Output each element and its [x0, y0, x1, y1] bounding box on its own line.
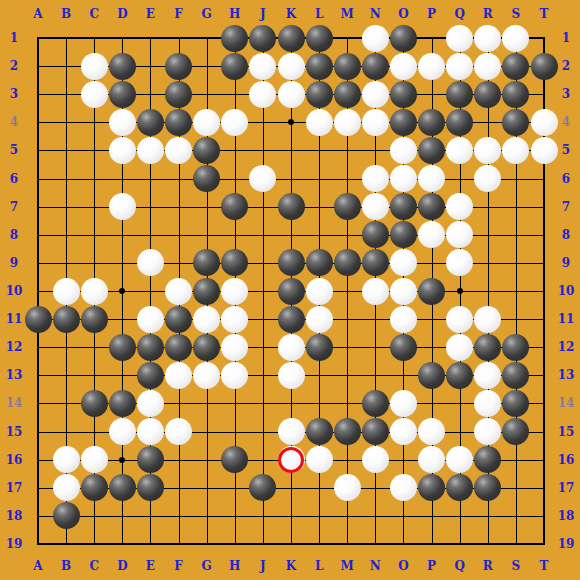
intersection-O2[interactable] [389, 52, 417, 80]
intersection-Q13[interactable] [446, 361, 474, 389]
intersection-P6[interactable] [418, 165, 446, 193]
intersection-L5[interactable] [305, 136, 333, 164]
intersection-M4[interactable] [333, 108, 361, 136]
intersection-L4[interactable] [305, 108, 333, 136]
intersection-H1[interactable] [221, 24, 249, 52]
intersection-H4[interactable] [221, 108, 249, 136]
intersection-K9[interactable] [277, 249, 305, 277]
intersection-B16[interactable] [52, 446, 80, 474]
intersection-D19[interactable] [108, 530, 136, 558]
intersection-S14[interactable] [502, 389, 530, 417]
intersection-O1[interactable] [389, 24, 417, 52]
intersection-T1[interactable] [530, 24, 558, 52]
intersection-F15[interactable] [165, 418, 193, 446]
intersection-O6[interactable] [389, 165, 417, 193]
intersection-J4[interactable] [249, 108, 277, 136]
intersection-F7[interactable] [165, 193, 193, 221]
intersection-C5[interactable] [80, 136, 108, 164]
intersection-K13[interactable] [277, 361, 305, 389]
intersection-D8[interactable] [108, 221, 136, 249]
intersection-B17[interactable] [52, 474, 80, 502]
intersection-T10[interactable] [530, 277, 558, 305]
intersection-C9[interactable] [80, 249, 108, 277]
intersection-T18[interactable] [530, 502, 558, 530]
intersection-R11[interactable] [474, 305, 502, 333]
intersection-B9[interactable] [52, 249, 80, 277]
intersection-E4[interactable] [136, 108, 164, 136]
intersection-B18[interactable] [52, 502, 80, 530]
intersection-S9[interactable] [502, 249, 530, 277]
intersection-Q4[interactable] [446, 108, 474, 136]
intersection-B4[interactable] [52, 108, 80, 136]
intersection-F3[interactable] [165, 80, 193, 108]
intersection-F9[interactable] [165, 249, 193, 277]
intersection-G11[interactable] [193, 305, 221, 333]
intersection-C8[interactable] [80, 221, 108, 249]
intersection-L1[interactable] [305, 24, 333, 52]
intersection-H7[interactable] [221, 193, 249, 221]
intersection-S15[interactable] [502, 418, 530, 446]
intersection-E19[interactable] [136, 530, 164, 558]
intersection-L15[interactable] [305, 418, 333, 446]
intersection-G18[interactable] [193, 502, 221, 530]
intersection-E9[interactable] [136, 249, 164, 277]
intersection-C11[interactable] [80, 305, 108, 333]
intersection-E15[interactable] [136, 418, 164, 446]
intersection-Q9[interactable] [446, 249, 474, 277]
intersection-P4[interactable] [418, 108, 446, 136]
intersection-G3[interactable] [193, 80, 221, 108]
intersection-K15[interactable] [277, 418, 305, 446]
intersection-P10[interactable] [418, 277, 446, 305]
intersection-S11[interactable] [502, 305, 530, 333]
intersection-A1[interactable] [24, 24, 52, 52]
intersection-N2[interactable] [361, 52, 389, 80]
intersection-B12[interactable] [52, 333, 80, 361]
intersection-S13[interactable] [502, 361, 530, 389]
intersection-F18[interactable] [165, 502, 193, 530]
intersection-L19[interactable] [305, 530, 333, 558]
intersection-O14[interactable] [389, 389, 417, 417]
intersection-F6[interactable] [165, 165, 193, 193]
intersection-E10[interactable] [136, 277, 164, 305]
intersection-F17[interactable] [165, 474, 193, 502]
intersection-N7[interactable] [361, 193, 389, 221]
intersection-J5[interactable] [249, 136, 277, 164]
intersection-P7[interactable] [418, 193, 446, 221]
intersection-Q12[interactable] [446, 333, 474, 361]
intersection-J6[interactable] [249, 165, 277, 193]
intersection-H14[interactable] [221, 389, 249, 417]
intersection-K4[interactable] [277, 108, 305, 136]
intersection-Q10[interactable] [446, 277, 474, 305]
intersection-J10[interactable] [249, 277, 277, 305]
intersection-A12[interactable] [24, 333, 52, 361]
intersection-M16[interactable] [333, 446, 361, 474]
intersection-G5[interactable] [193, 136, 221, 164]
intersection-P8[interactable] [418, 221, 446, 249]
intersection-O8[interactable] [389, 221, 417, 249]
intersection-H2[interactable] [221, 52, 249, 80]
intersection-M12[interactable] [333, 333, 361, 361]
intersection-R2[interactable] [474, 52, 502, 80]
intersection-L3[interactable] [305, 80, 333, 108]
intersection-T15[interactable] [530, 418, 558, 446]
intersection-P13[interactable] [418, 361, 446, 389]
intersection-J8[interactable] [249, 221, 277, 249]
intersection-M11[interactable] [333, 305, 361, 333]
intersection-K7[interactable] [277, 193, 305, 221]
intersection-M3[interactable] [333, 80, 361, 108]
intersection-R19[interactable] [474, 530, 502, 558]
intersection-N12[interactable] [361, 333, 389, 361]
intersection-S4[interactable] [502, 108, 530, 136]
intersection-A8[interactable] [24, 221, 52, 249]
intersection-S18[interactable] [502, 502, 530, 530]
intersection-R13[interactable] [474, 361, 502, 389]
intersection-J14[interactable] [249, 389, 277, 417]
intersection-K16[interactable] [277, 446, 305, 474]
intersection-A2[interactable] [24, 52, 52, 80]
intersection-F8[interactable] [165, 221, 193, 249]
intersection-G6[interactable] [193, 165, 221, 193]
intersection-C7[interactable] [80, 193, 108, 221]
intersection-J15[interactable] [249, 418, 277, 446]
intersection-O7[interactable] [389, 193, 417, 221]
intersection-S1[interactable] [502, 24, 530, 52]
intersection-H11[interactable] [221, 305, 249, 333]
intersection-F13[interactable] [165, 361, 193, 389]
intersection-L10[interactable] [305, 277, 333, 305]
intersection-C19[interactable] [80, 530, 108, 558]
intersection-N19[interactable] [361, 530, 389, 558]
intersection-M8[interactable] [333, 221, 361, 249]
intersection-R17[interactable] [474, 474, 502, 502]
intersection-Q19[interactable] [446, 530, 474, 558]
intersection-F11[interactable] [165, 305, 193, 333]
intersection-L8[interactable] [305, 221, 333, 249]
intersection-M1[interactable] [333, 24, 361, 52]
intersection-T2[interactable] [530, 52, 558, 80]
intersection-D3[interactable] [108, 80, 136, 108]
intersection-R7[interactable] [474, 193, 502, 221]
intersection-O16[interactable] [389, 446, 417, 474]
intersection-M17[interactable] [333, 474, 361, 502]
intersection-R12[interactable] [474, 333, 502, 361]
intersection-H5[interactable] [221, 136, 249, 164]
intersection-B5[interactable] [52, 136, 80, 164]
intersection-Q17[interactable] [446, 474, 474, 502]
intersection-R6[interactable] [474, 165, 502, 193]
intersection-B11[interactable] [52, 305, 80, 333]
intersection-K11[interactable] [277, 305, 305, 333]
intersection-A7[interactable] [24, 193, 52, 221]
intersection-D9[interactable] [108, 249, 136, 277]
intersection-H15[interactable] [221, 418, 249, 446]
intersection-L9[interactable] [305, 249, 333, 277]
intersection-J9[interactable] [249, 249, 277, 277]
intersection-J1[interactable] [249, 24, 277, 52]
intersection-L14[interactable] [305, 389, 333, 417]
intersection-J18[interactable] [249, 502, 277, 530]
intersection-T7[interactable] [530, 193, 558, 221]
intersection-E18[interactable] [136, 502, 164, 530]
intersection-A3[interactable] [24, 80, 52, 108]
intersection-Q7[interactable] [446, 193, 474, 221]
intersection-C15[interactable] [80, 418, 108, 446]
intersection-F12[interactable] [165, 333, 193, 361]
intersection-N18[interactable] [361, 502, 389, 530]
intersection-S17[interactable] [502, 474, 530, 502]
intersection-C13[interactable] [80, 361, 108, 389]
intersection-R3[interactable] [474, 80, 502, 108]
intersection-N14[interactable] [361, 389, 389, 417]
intersection-N6[interactable] [361, 165, 389, 193]
intersection-Q14[interactable] [446, 389, 474, 417]
intersection-P5[interactable] [418, 136, 446, 164]
intersection-E1[interactable] [136, 24, 164, 52]
intersection-P15[interactable] [418, 418, 446, 446]
intersection-T8[interactable] [530, 221, 558, 249]
intersection-E3[interactable] [136, 80, 164, 108]
intersection-Q5[interactable] [446, 136, 474, 164]
intersection-B6[interactable] [52, 165, 80, 193]
intersection-B19[interactable] [52, 530, 80, 558]
intersection-D17[interactable] [108, 474, 136, 502]
intersection-M19[interactable] [333, 530, 361, 558]
intersection-H9[interactable] [221, 249, 249, 277]
intersection-H12[interactable] [221, 333, 249, 361]
intersection-E14[interactable] [136, 389, 164, 417]
intersection-L13[interactable] [305, 361, 333, 389]
intersection-A10[interactable] [24, 277, 52, 305]
intersection-J19[interactable] [249, 530, 277, 558]
intersection-D16[interactable] [108, 446, 136, 474]
intersection-D6[interactable] [108, 165, 136, 193]
intersection-R1[interactable] [474, 24, 502, 52]
intersection-L11[interactable] [305, 305, 333, 333]
intersection-D7[interactable] [108, 193, 136, 221]
intersection-D10[interactable] [108, 277, 136, 305]
intersection-C17[interactable] [80, 474, 108, 502]
intersection-G19[interactable] [193, 530, 221, 558]
intersection-B2[interactable] [52, 52, 80, 80]
intersection-H19[interactable] [221, 530, 249, 558]
intersection-G13[interactable] [193, 361, 221, 389]
intersection-D4[interactable] [108, 108, 136, 136]
intersection-F14[interactable] [165, 389, 193, 417]
intersection-D2[interactable] [108, 52, 136, 80]
intersection-O5[interactable] [389, 136, 417, 164]
intersection-F16[interactable] [165, 446, 193, 474]
intersection-T19[interactable] [530, 530, 558, 558]
intersection-B10[interactable] [52, 277, 80, 305]
intersection-F1[interactable] [165, 24, 193, 52]
intersection-L17[interactable] [305, 474, 333, 502]
intersection-N10[interactable] [361, 277, 389, 305]
intersection-R8[interactable] [474, 221, 502, 249]
intersection-G1[interactable] [193, 24, 221, 52]
intersection-Q8[interactable] [446, 221, 474, 249]
intersection-T17[interactable] [530, 474, 558, 502]
intersection-D13[interactable] [108, 361, 136, 389]
intersection-L7[interactable] [305, 193, 333, 221]
intersection-P3[interactable] [418, 80, 446, 108]
intersection-G4[interactable] [193, 108, 221, 136]
intersection-A19[interactable] [24, 530, 52, 558]
intersection-R9[interactable] [474, 249, 502, 277]
intersection-O4[interactable] [389, 108, 417, 136]
intersection-C18[interactable] [80, 502, 108, 530]
intersection-K18[interactable] [277, 502, 305, 530]
intersection-M2[interactable] [333, 52, 361, 80]
intersection-N4[interactable] [361, 108, 389, 136]
intersection-E11[interactable] [136, 305, 164, 333]
intersection-B14[interactable] [52, 389, 80, 417]
intersection-K12[interactable] [277, 333, 305, 361]
intersection-C4[interactable] [80, 108, 108, 136]
intersection-L16[interactable] [305, 446, 333, 474]
intersection-N13[interactable] [361, 361, 389, 389]
intersection-A4[interactable] [24, 108, 52, 136]
intersection-J7[interactable] [249, 193, 277, 221]
intersection-P1[interactable] [418, 24, 446, 52]
intersection-F10[interactable] [165, 277, 193, 305]
intersection-J3[interactable] [249, 80, 277, 108]
intersection-M18[interactable] [333, 502, 361, 530]
intersection-J2[interactable] [249, 52, 277, 80]
intersection-Q16[interactable] [446, 446, 474, 474]
intersection-H17[interactable] [221, 474, 249, 502]
intersection-S12[interactable] [502, 333, 530, 361]
intersection-M7[interactable] [333, 193, 361, 221]
intersection-T13[interactable] [530, 361, 558, 389]
intersection-A5[interactable] [24, 136, 52, 164]
intersection-T4[interactable] [530, 108, 558, 136]
intersection-C10[interactable] [80, 277, 108, 305]
intersection-O10[interactable] [389, 277, 417, 305]
intersection-A11[interactable] [24, 305, 52, 333]
intersection-R15[interactable] [474, 418, 502, 446]
intersection-E8[interactable] [136, 221, 164, 249]
intersection-K3[interactable] [277, 80, 305, 108]
intersection-C1[interactable] [80, 24, 108, 52]
intersection-R4[interactable] [474, 108, 502, 136]
intersection-G9[interactable] [193, 249, 221, 277]
intersection-B1[interactable] [52, 24, 80, 52]
intersection-K14[interactable] [277, 389, 305, 417]
intersection-T3[interactable] [530, 80, 558, 108]
intersection-P19[interactable] [418, 530, 446, 558]
intersection-A6[interactable] [24, 165, 52, 193]
intersection-F19[interactable] [165, 530, 193, 558]
intersection-G2[interactable] [193, 52, 221, 80]
intersection-L12[interactable] [305, 333, 333, 361]
intersection-T11[interactable] [530, 305, 558, 333]
intersection-E12[interactable] [136, 333, 164, 361]
intersection-R18[interactable] [474, 502, 502, 530]
intersection-S6[interactable] [502, 165, 530, 193]
intersection-S5[interactable] [502, 136, 530, 164]
intersection-E5[interactable] [136, 136, 164, 164]
intersection-A9[interactable] [24, 249, 52, 277]
intersection-G14[interactable] [193, 389, 221, 417]
intersection-M6[interactable] [333, 165, 361, 193]
intersection-S8[interactable] [502, 221, 530, 249]
intersection-S3[interactable] [502, 80, 530, 108]
intersection-B7[interactable] [52, 193, 80, 221]
intersection-A14[interactable] [24, 389, 52, 417]
intersection-O15[interactable] [389, 418, 417, 446]
intersection-O9[interactable] [389, 249, 417, 277]
intersection-N15[interactable] [361, 418, 389, 446]
intersection-M13[interactable] [333, 361, 361, 389]
intersection-G16[interactable] [193, 446, 221, 474]
intersection-D5[interactable] [108, 136, 136, 164]
intersection-T9[interactable] [530, 249, 558, 277]
intersection-R14[interactable] [474, 389, 502, 417]
intersection-N11[interactable] [361, 305, 389, 333]
intersection-B3[interactable] [52, 80, 80, 108]
intersection-C12[interactable] [80, 333, 108, 361]
intersection-G15[interactable] [193, 418, 221, 446]
intersection-N9[interactable] [361, 249, 389, 277]
intersection-P18[interactable] [418, 502, 446, 530]
intersection-S19[interactable] [502, 530, 530, 558]
intersection-D14[interactable] [108, 389, 136, 417]
intersection-A16[interactable] [24, 446, 52, 474]
intersection-O13[interactable] [389, 361, 417, 389]
intersection-D12[interactable] [108, 333, 136, 361]
intersection-B15[interactable] [52, 418, 80, 446]
intersection-L6[interactable] [305, 165, 333, 193]
intersection-T12[interactable] [530, 333, 558, 361]
intersection-H8[interactable] [221, 221, 249, 249]
intersection-C2[interactable] [80, 52, 108, 80]
intersection-O12[interactable] [389, 333, 417, 361]
intersection-A17[interactable] [24, 474, 52, 502]
intersection-M10[interactable] [333, 277, 361, 305]
intersection-Q18[interactable] [446, 502, 474, 530]
intersection-E7[interactable] [136, 193, 164, 221]
intersection-A13[interactable] [24, 361, 52, 389]
intersection-E17[interactable] [136, 474, 164, 502]
intersection-S10[interactable] [502, 277, 530, 305]
intersection-K5[interactable] [277, 136, 305, 164]
intersection-M14[interactable] [333, 389, 361, 417]
intersection-A18[interactable] [24, 502, 52, 530]
intersection-H3[interactable] [221, 80, 249, 108]
intersection-A15[interactable] [24, 418, 52, 446]
intersection-P17[interactable] [418, 474, 446, 502]
intersection-K2[interactable] [277, 52, 305, 80]
intersection-T6[interactable] [530, 165, 558, 193]
intersection-M5[interactable] [333, 136, 361, 164]
intersection-E2[interactable] [136, 52, 164, 80]
intersection-C3[interactable] [80, 80, 108, 108]
intersection-J12[interactable] [249, 333, 277, 361]
intersection-P12[interactable] [418, 333, 446, 361]
intersection-K6[interactable] [277, 165, 305, 193]
intersection-Q11[interactable] [446, 305, 474, 333]
intersection-G7[interactable] [193, 193, 221, 221]
intersection-J17[interactable] [249, 474, 277, 502]
intersection-P9[interactable] [418, 249, 446, 277]
intersection-T16[interactable] [530, 446, 558, 474]
intersection-R5[interactable] [474, 136, 502, 164]
intersection-K1[interactable] [277, 24, 305, 52]
intersection-O18[interactable] [389, 502, 417, 530]
